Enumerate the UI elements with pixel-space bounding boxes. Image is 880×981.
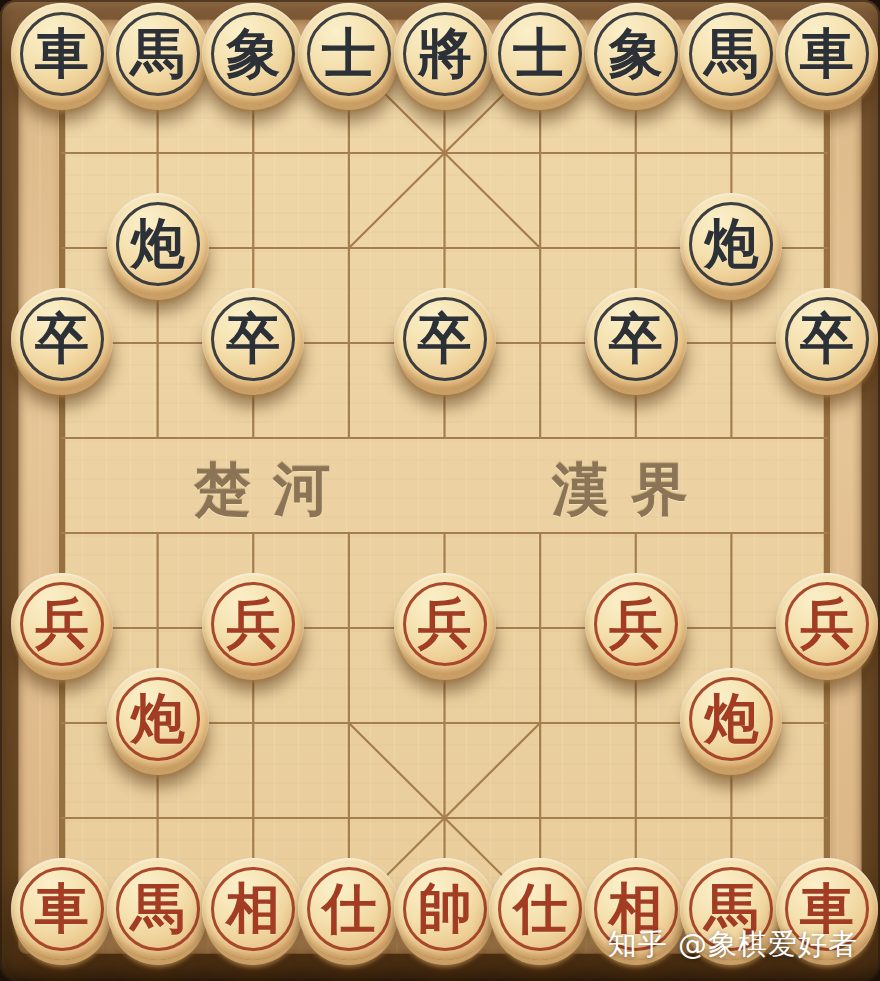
piece-glyph: 象 <box>609 27 663 81</box>
piece-glyph: 兵 <box>35 597 89 651</box>
piece-red-chariot[interactable]: 車 <box>11 858 113 960</box>
piece-red-elephant[interactable]: 相 <box>585 858 687 960</box>
piece-black-soldier[interactable]: 卒 <box>776 288 878 390</box>
piece-glyph: 象 <box>226 27 280 81</box>
piece-glyph: 仕 <box>513 882 567 936</box>
piece-red-cannon[interactable]: 炮 <box>107 668 209 770</box>
xiangqi-board[interactable] <box>58 54 831 917</box>
piece-glyph: 馬 <box>704 27 758 81</box>
piece-glyph: 兵 <box>609 597 663 651</box>
piece-glyph: 兵 <box>418 597 472 651</box>
piece-black-horse[interactable]: 馬 <box>107 3 209 105</box>
piece-black-chariot[interactable]: 車 <box>776 3 878 105</box>
piece-black-chariot[interactable]: 車 <box>11 3 113 105</box>
piece-glyph: 仕 <box>322 882 376 936</box>
piece-glyph: 卒 <box>418 312 472 366</box>
piece-glyph: 馬 <box>131 27 185 81</box>
piece-black-advisor[interactable]: 士 <box>489 3 591 105</box>
piece-glyph: 車 <box>800 27 854 81</box>
piece-glyph: 卒 <box>226 312 280 366</box>
piece-glyph: 馬 <box>704 882 758 936</box>
piece-red-soldier[interactable]: 兵 <box>776 573 878 675</box>
xiangqi-app: 楚河 漢界 車馬象士將士象馬車炮炮卒卒卒卒卒兵兵兵兵兵炮炮車馬相仕帥仕相馬車 知… <box>0 0 880 981</box>
piece-glyph: 炮 <box>704 217 758 271</box>
piece-glyph: 車 <box>800 882 854 936</box>
piece-glyph: 兵 <box>800 597 854 651</box>
piece-glyph: 相 <box>609 882 663 936</box>
piece-glyph: 士 <box>322 27 376 81</box>
piece-red-advisor[interactable]: 仕 <box>489 858 591 960</box>
piece-red-cannon[interactable]: 炮 <box>680 668 782 770</box>
piece-glyph: 車 <box>35 27 89 81</box>
piece-red-soldier[interactable]: 兵 <box>11 573 113 675</box>
piece-red-soldier[interactable]: 兵 <box>585 573 687 675</box>
piece-red-chariot[interactable]: 車 <box>776 858 878 960</box>
piece-black-soldier[interactable]: 卒 <box>585 288 687 390</box>
piece-red-general[interactable]: 帥 <box>394 858 496 960</box>
piece-black-elephant[interactable]: 象 <box>202 3 304 105</box>
piece-glyph: 相 <box>226 882 280 936</box>
piece-black-elephant[interactable]: 象 <box>585 3 687 105</box>
piece-glyph: 將 <box>418 27 472 81</box>
piece-black-soldier[interactable]: 卒 <box>202 288 304 390</box>
piece-glyph: 炮 <box>131 692 185 746</box>
piece-glyph: 卒 <box>35 312 89 366</box>
piece-red-horse[interactable]: 馬 <box>107 858 209 960</box>
piece-black-advisor[interactable]: 士 <box>298 3 400 105</box>
piece-black-soldier[interactable]: 卒 <box>11 288 113 390</box>
piece-black-general[interactable]: 將 <box>394 3 496 105</box>
piece-glyph: 卒 <box>800 312 854 366</box>
piece-red-soldier[interactable]: 兵 <box>202 573 304 675</box>
piece-glyph: 卒 <box>609 312 663 366</box>
piece-glyph: 士 <box>513 27 567 81</box>
piece-red-soldier[interactable]: 兵 <box>394 573 496 675</box>
piece-black-soldier[interactable]: 卒 <box>394 288 496 390</box>
piece-glyph: 炮 <box>131 217 185 271</box>
piece-glyph: 帥 <box>418 882 472 936</box>
piece-glyph: 馬 <box>131 882 185 936</box>
piece-black-cannon[interactable]: 炮 <box>107 193 209 295</box>
piece-red-elephant[interactable]: 相 <box>202 858 304 960</box>
piece-glyph: 炮 <box>704 692 758 746</box>
piece-black-cannon[interactable]: 炮 <box>680 193 782 295</box>
piece-red-horse[interactable]: 馬 <box>680 858 782 960</box>
piece-red-advisor[interactable]: 仕 <box>298 858 400 960</box>
piece-glyph: 兵 <box>226 597 280 651</box>
piece-glyph: 車 <box>35 882 89 936</box>
piece-black-horse[interactable]: 馬 <box>680 3 782 105</box>
